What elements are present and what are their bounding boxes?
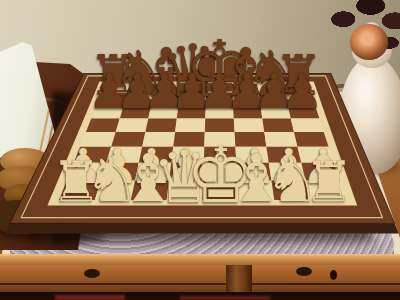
drawer-divider xyxy=(226,265,252,295)
carpet xyxy=(55,295,125,300)
chest-edge xyxy=(0,254,400,265)
piece-dark-pawn-h7[interactable]: ♟ xyxy=(280,67,323,115)
chest-drawers xyxy=(0,265,400,295)
drawer-keyhole xyxy=(330,270,337,280)
photo-chess-scene: ♜♞♝♛♚♝♞♜♟♟♟♟♟♟♟♟♟♟♟♟♟♟♟♟♜♞♝♛♚♝♞♜ xyxy=(0,0,400,300)
piece-light-rook-h1[interactable]: ♜ xyxy=(304,155,354,211)
drawer-knob xyxy=(296,267,312,276)
drawer-knob xyxy=(84,269,100,278)
carpet xyxy=(180,296,270,300)
drawer-seam xyxy=(0,283,400,285)
